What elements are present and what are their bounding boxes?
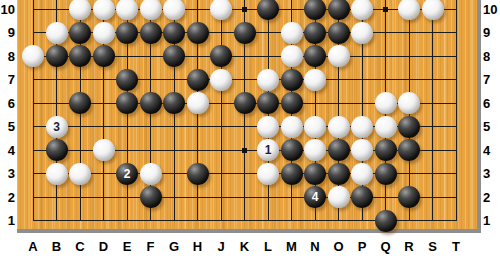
row-label-left: 4 xyxy=(0,143,17,157)
star-point xyxy=(242,7,247,12)
stone-white xyxy=(187,92,209,114)
stone-black xyxy=(375,163,397,185)
stone-black xyxy=(304,45,326,67)
stone-black xyxy=(328,22,350,44)
column-label: P xyxy=(352,239,372,253)
row-label-right: 6 xyxy=(483,96,500,110)
stone-black xyxy=(375,139,397,161)
row-label-right: 1 xyxy=(483,214,500,228)
stone-black xyxy=(116,69,138,91)
stone-white xyxy=(398,92,420,114)
stone-black xyxy=(140,186,162,208)
stone-black xyxy=(46,45,68,67)
column-label: H xyxy=(188,239,208,253)
column-label: C xyxy=(70,239,90,253)
stone-white: 3 xyxy=(46,116,68,138)
stone-black: 4 xyxy=(304,186,326,208)
stone-white xyxy=(93,0,115,20)
row-label-right: 5 xyxy=(483,120,500,134)
column-label: M xyxy=(282,239,302,253)
stone-white xyxy=(210,69,232,91)
column-label: O xyxy=(329,239,349,253)
row-label-left: 7 xyxy=(0,73,17,87)
stone-black xyxy=(304,163,326,185)
stone-white xyxy=(140,0,162,20)
stone-black xyxy=(210,45,232,67)
row-label-left: 10 xyxy=(0,2,17,16)
go-diagram-screen: 31241098765432110987654321ABCDEFGHJKLMNO… xyxy=(0,0,500,260)
stone-black xyxy=(93,45,115,67)
stone-black xyxy=(234,92,256,114)
column-label: J xyxy=(211,239,231,253)
stone-white xyxy=(93,22,115,44)
row-label-right: 3 xyxy=(483,167,500,181)
stone-black xyxy=(375,210,397,232)
row-label-left: 6 xyxy=(0,96,17,110)
stone-white xyxy=(304,69,326,91)
stone-black xyxy=(304,22,326,44)
stone-move-label: 4 xyxy=(312,191,319,203)
stone-black xyxy=(257,92,279,114)
star-point xyxy=(242,148,247,153)
stone-move-label: 3 xyxy=(53,121,60,133)
grid-line-horizontal xyxy=(33,79,457,80)
stone-white xyxy=(375,116,397,138)
row-label-right: 2 xyxy=(483,190,500,204)
grid-line-vertical xyxy=(33,0,34,221)
stone-white: 1 xyxy=(257,139,279,161)
stone-black xyxy=(398,186,420,208)
stone-black xyxy=(46,139,68,161)
stone-black xyxy=(187,163,209,185)
column-label: N xyxy=(305,239,325,253)
stone-black xyxy=(281,69,303,91)
row-label-left: 1 xyxy=(0,214,17,228)
stone-white xyxy=(328,45,350,67)
stone-white xyxy=(22,45,44,67)
column-label: Q xyxy=(376,239,396,253)
stone-black xyxy=(69,45,91,67)
stone-black xyxy=(328,163,350,185)
stone-black xyxy=(234,22,256,44)
grid-line-vertical xyxy=(221,0,222,221)
stone-white xyxy=(46,163,68,185)
stone-black xyxy=(281,139,303,161)
grid-line-vertical xyxy=(432,0,433,221)
column-label: L xyxy=(258,239,278,253)
stone-white xyxy=(304,116,326,138)
stone-black xyxy=(116,92,138,114)
row-label-left: 3 xyxy=(0,167,17,181)
stone-black xyxy=(398,116,420,138)
stone-black xyxy=(163,92,185,114)
column-label: G xyxy=(164,239,184,253)
stone-white xyxy=(93,139,115,161)
stone-white xyxy=(69,163,91,185)
stone-white xyxy=(328,116,350,138)
grid-line-horizontal xyxy=(33,197,457,198)
stone-black xyxy=(69,22,91,44)
stone-black xyxy=(328,139,350,161)
row-label-left: 5 xyxy=(0,120,17,134)
stone-white xyxy=(281,116,303,138)
star-point xyxy=(383,7,388,12)
stone-black xyxy=(69,92,91,114)
grid-line-vertical xyxy=(456,0,457,221)
stone-black xyxy=(140,92,162,114)
stone-white xyxy=(351,22,373,44)
column-label: T xyxy=(446,239,466,253)
stone-black xyxy=(187,22,209,44)
stone-white xyxy=(281,45,303,67)
stone-white xyxy=(46,22,68,44)
row-label-right: 8 xyxy=(483,49,500,63)
stone-white xyxy=(351,163,373,185)
stone-white xyxy=(351,139,373,161)
row-label-right: 4 xyxy=(483,143,500,157)
row-label-left: 8 xyxy=(0,49,17,63)
stone-black xyxy=(328,0,350,20)
stone-white xyxy=(257,163,279,185)
stone-black xyxy=(163,45,185,67)
row-label-left: 2 xyxy=(0,190,17,204)
stone-black xyxy=(398,139,420,161)
column-label: S xyxy=(423,239,443,253)
column-label: F xyxy=(141,239,161,253)
stone-move-label: 1 xyxy=(265,144,272,156)
stone-white xyxy=(422,0,444,20)
row-label-right: 7 xyxy=(483,73,500,87)
stone-black xyxy=(116,22,138,44)
row-label-right: 10 xyxy=(483,2,500,16)
column-label: E xyxy=(117,239,137,253)
stone-black xyxy=(351,186,373,208)
stone-white xyxy=(304,139,326,161)
stone-white xyxy=(257,116,279,138)
stone-move-label: 2 xyxy=(124,168,131,180)
column-label: R xyxy=(399,239,419,253)
column-label: D xyxy=(94,239,114,253)
stone-white xyxy=(351,116,373,138)
column-label: A xyxy=(23,239,43,253)
stone-white xyxy=(140,163,162,185)
stone-black: 2 xyxy=(116,163,138,185)
column-label: K xyxy=(235,239,255,253)
stone-white xyxy=(281,22,303,44)
stone-white xyxy=(375,92,397,114)
stone-black xyxy=(281,163,303,185)
stone-black xyxy=(187,69,209,91)
row-label-left: 9 xyxy=(0,26,17,40)
stone-black xyxy=(163,22,185,44)
stone-white xyxy=(328,186,350,208)
stone-white xyxy=(257,69,279,91)
stone-black xyxy=(281,92,303,114)
row-label-right: 9 xyxy=(483,26,500,40)
stone-black xyxy=(140,22,162,44)
column-label: B xyxy=(47,239,67,253)
